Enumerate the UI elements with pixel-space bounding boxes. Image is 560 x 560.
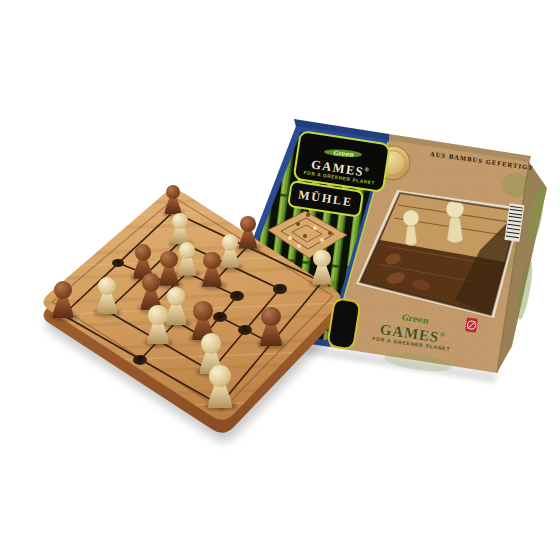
game-title-text: MÜHLE (297, 187, 354, 209)
registered-mark: ® (364, 166, 371, 173)
brand-script-badge: Green (324, 148, 363, 158)
registered-mark: ® (439, 330, 446, 339)
scene-graphics (0, 0, 560, 560)
brand-script-text: Green (333, 149, 354, 158)
product-photo-scene: Green GAMES® FOR A GREENER PLANET MÜHLE … (0, 0, 560, 560)
